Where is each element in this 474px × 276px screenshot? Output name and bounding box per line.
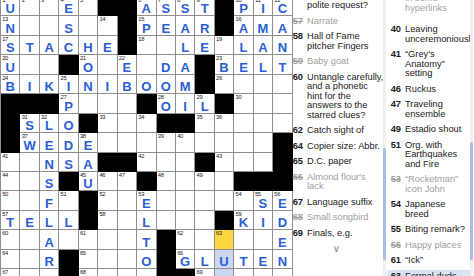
- cell-r6c13[interactable]: [254, 114, 273, 133]
- cell-r13c13[interactable]: E: [254, 250, 273, 269]
- across-clue-66[interactable]: 66Almond flour's lack: [289, 173, 384, 192]
- across-clue-67[interactable]: 67Language suffix: [289, 198, 384, 208]
- down-clue-63[interactable]: 63Formal duds: [387, 270, 471, 276]
- cell-r8c3[interactable]: S: [59, 153, 78, 172]
- cell-r12c3[interactable]: [59, 230, 78, 249]
- cell-number-62: 62: [177, 230, 183, 237]
- cell-letter: I: [20, 80, 38, 94]
- cell-letter: E: [234, 61, 252, 75]
- cell-letter: E: [254, 255, 272, 269]
- clue-text: Baby goat: [307, 57, 384, 67]
- cell-r13c1[interactable]: [20, 250, 39, 269]
- clue-text: polite request?: [307, 1, 384, 11]
- cell-r6c7[interactable]: 34: [137, 114, 156, 133]
- clue-number: 67: [289, 198, 303, 208]
- cell-r3c0[interactable]: 20U: [1, 55, 20, 74]
- cell-r9c8[interactable]: 48: [157, 172, 176, 191]
- cell-letter: A: [234, 22, 252, 36]
- cell-r6c12[interactable]: [234, 114, 253, 133]
- cell-r10c2[interactable]: F: [40, 191, 59, 210]
- cell-letter: T: [137, 236, 155, 250]
- cell-r5c6[interactable]: [118, 94, 137, 113]
- across-clue-list[interactable]: polite request?57Narrate58Hall of Fame p…: [289, 0, 384, 276]
- clue-text: Ruckus: [405, 85, 471, 95]
- cell-letter: O: [157, 80, 175, 94]
- cell-r9c5[interactable]: 46: [98, 172, 117, 191]
- cell-r4c5[interactable]: I: [98, 75, 117, 94]
- down-clue-55[interactable]: 55Biting remark?: [387, 225, 471, 235]
- cell-r12c5[interactable]: [98, 230, 117, 249]
- down-list-scrollbar-track[interactable]: [470, 0, 473, 276]
- cell-r6c3[interactable]: O: [59, 114, 78, 133]
- cell-number-41: 41: [2, 153, 8, 160]
- cell-r9c2[interactable]: S: [40, 172, 59, 191]
- cell-r14c0[interactable]: 67: [1, 269, 20, 276]
- cell-r7c5[interactable]: [98, 133, 117, 152]
- cell-r10c13[interactable]: 55S: [254, 191, 273, 210]
- down-clue-49[interactable]: 49Estadio shout: [387, 125, 471, 135]
- cell-r9c10[interactable]: 49: [195, 172, 214, 191]
- black-square-r10c4: [79, 191, 98, 210]
- across-list-scrollbar-thumb[interactable]: [383, 148, 386, 260]
- clue-text: Hall of Fame pitcher Fingers: [307, 32, 384, 51]
- cell-r9c11[interactable]: [215, 172, 234, 191]
- cell-r2c9[interactable]: L: [176, 36, 195, 55]
- cell-r4c7[interactable]: O: [137, 75, 156, 94]
- cell-r6c1[interactable]: 31S: [20, 114, 39, 133]
- down-clue-46[interactable]: 46Ruckus: [387, 85, 471, 95]
- cell-letter: A: [137, 2, 155, 16]
- black-square-r0c6: [118, 0, 137, 16]
- across-list-more-chevron-icon[interactable]: ∨: [289, 244, 384, 254]
- cell-r13c6[interactable]: [118, 250, 137, 269]
- cell-r11c2[interactable]: L: [40, 211, 59, 230]
- cell-r3c1[interactable]: [20, 55, 39, 74]
- cell-r7c8[interactable]: 39: [157, 133, 176, 152]
- crossword-app: 1U234E56A7S8S9T10P11I12C13NS1415PEAR16AM…: [0, 0, 474, 276]
- cell-r1c0[interactable]: 13N: [1, 16, 20, 35]
- cell-r1c4[interactable]: [79, 16, 98, 35]
- clue-text: Traveling ensemble: [405, 100, 471, 119]
- cell-number-36: 36: [216, 114, 222, 121]
- cell-r8c8[interactable]: [157, 153, 176, 172]
- cell-number-51: 51: [61, 191, 67, 198]
- cell-r14c1[interactable]: [20, 269, 39, 276]
- cell-r12c9[interactable]: 62: [176, 230, 195, 249]
- cell-r14c10[interactable]: 69: [195, 269, 214, 276]
- cell-r10c9[interactable]: [176, 191, 195, 210]
- across-clue-58[interactable]: 58Hall of Fame pitcher Fingers: [289, 32, 384, 51]
- cell-number-14: 14: [99, 16, 105, 23]
- clue-number: 40: [387, 25, 401, 44]
- cell-r13c10[interactable]: L: [195, 250, 214, 269]
- cell-r5c10[interactable]: 29L: [195, 94, 214, 113]
- cell-r2c13[interactable]: A: [254, 36, 273, 55]
- cell-r8c13[interactable]: [254, 153, 273, 172]
- black-square-r9c7: [137, 172, 156, 191]
- across-list-scrollbar-track[interactable]: [383, 0, 386, 276]
- cell-number-67: 67: [2, 269, 8, 276]
- cell-r0c0[interactable]: 1U: [1, 0, 20, 16]
- clue-number: 53: [387, 175, 401, 194]
- cell-r12c0[interactable]: 60: [1, 230, 20, 249]
- across-clue-69[interactable]: 69Finals, e.g.: [289, 229, 384, 239]
- cell-letter: O: [157, 100, 175, 114]
- cell-r12c6[interactable]: [118, 230, 137, 249]
- cell-r5c3[interactable]: 27P: [59, 94, 78, 113]
- cell-r7c9[interactable]: 40: [176, 133, 195, 152]
- cell-r6c10[interactable]: 35: [195, 114, 214, 133]
- cell-number-48: 48: [158, 172, 164, 179]
- cell-r2c5[interactable]: E: [98, 36, 117, 55]
- cell-number-40: 40: [177, 133, 183, 140]
- cell-r10c1[interactable]: [20, 191, 39, 210]
- cell-r3c6[interactable]: 22E: [118, 55, 137, 74]
- black-square-r5c2: [40, 94, 59, 113]
- cell-r4c4[interactable]: N: [79, 75, 98, 94]
- cell-r4c6[interactable]: B: [118, 75, 137, 94]
- cell-r10c0[interactable]: 50: [1, 191, 20, 210]
- cell-r10c12[interactable]: 54: [234, 191, 253, 210]
- across-clue-59[interactable]: 59Baby goat: [289, 57, 384, 67]
- cell-r13c7[interactable]: O: [137, 250, 156, 269]
- cell-r7c2[interactable]: E: [40, 133, 59, 152]
- cell-letter: L: [137, 216, 155, 230]
- cell-r12c1[interactable]: [20, 230, 39, 249]
- cell-r7c3[interactable]: D: [59, 133, 78, 152]
- cell-r3c2[interactable]: [40, 55, 59, 74]
- cell-r13c9[interactable]: 66G: [176, 250, 195, 269]
- cell-r12c13[interactable]: [254, 230, 273, 249]
- cell-letter: A: [40, 41, 58, 55]
- cell-number-42: 42: [138, 153, 144, 160]
- clue-number: 54: [387, 200, 401, 219]
- cell-r3c13[interactable]: L: [254, 55, 273, 74]
- cell-r8c11[interactable]: 43: [215, 153, 234, 172]
- cell-r10c7[interactable]: 53E: [137, 191, 156, 210]
- black-square-r11c4: [79, 211, 98, 230]
- cell-r4c9[interactable]: M: [176, 75, 195, 94]
- cell-r8c7[interactable]: 42: [137, 153, 156, 172]
- cell-r10c8[interactable]: [157, 191, 176, 210]
- cell-r12c4[interactable]: 61: [79, 230, 98, 249]
- cell-r6c6[interactable]: [118, 114, 137, 133]
- cell-number-34: 34: [138, 114, 144, 121]
- cell-r2c3[interactable]: C: [59, 36, 78, 55]
- cell-r13c12[interactable]: T: [234, 250, 253, 269]
- clue-text: “Grey's Anatomy” setting: [405, 50, 471, 79]
- cell-number-58: 58: [99, 211, 105, 218]
- cell-r3c9[interactable]: A: [176, 55, 195, 74]
- cell-r11c9[interactable]: [176, 211, 195, 230]
- clue-text: Org. with Earthquakes and Fire: [405, 141, 471, 170]
- cell-r2c8[interactable]: [157, 36, 176, 55]
- cell-r12c10[interactable]: [195, 230, 214, 249]
- cell-r5c4[interactable]: [79, 94, 98, 113]
- cell-r0c7[interactable]: 6A: [137, 0, 156, 16]
- cell-r1c7[interactable]: 15P: [137, 16, 156, 35]
- cell-r0c13[interactable]: 11I: [254, 0, 273, 16]
- cell-r7c1[interactable]: 37W: [20, 133, 39, 152]
- cell-r2c0[interactable]: 17S: [1, 36, 20, 55]
- cell-r12c12[interactable]: [234, 230, 253, 249]
- selected-cell-cursor[interactable]: 63: [215, 230, 234, 249]
- cell-letter: D: [157, 61, 175, 75]
- cell-r2c10[interactable]: E: [195, 36, 214, 55]
- black-square-r3c3: [59, 55, 78, 74]
- down-clue-cut-tail[interactable]: in some hyperlinks: [387, 0, 471, 13]
- cell-r1c3[interactable]: S: [59, 16, 78, 35]
- clue-text: Narrate: [307, 17, 384, 27]
- black-square-r5c11: [215, 94, 234, 113]
- cell-letter: B: [118, 80, 136, 94]
- cell-number-69: 69: [197, 269, 203, 276]
- cell-r8c2[interactable]: N: [40, 153, 59, 172]
- cell-r14c6[interactable]: E: [118, 269, 137, 276]
- cell-r14c13[interactable]: [254, 269, 273, 276]
- cell-r9c9[interactable]: [176, 172, 195, 191]
- cell-r1c10[interactable]: R: [195, 16, 214, 35]
- clue-number: 60: [289, 73, 303, 121]
- cell-letter: E: [98, 41, 116, 55]
- cell-number-46: 46: [99, 172, 105, 179]
- cell-r4c0[interactable]: 24B: [1, 75, 20, 94]
- down-clue-61[interactable]: 61“Ick”: [387, 256, 471, 266]
- cell-letter: O: [137, 80, 155, 94]
- crossword-grid[interactable]: 1U234E56A7S8S9T10P11I12C13NS1415PEAR16AM…: [0, 0, 292, 276]
- cell-r10c5[interactable]: 52: [98, 191, 117, 210]
- cell-r4c3[interactable]: 25I: [59, 75, 78, 94]
- across-clue-68[interactable]: 68Small songbird: [289, 213, 384, 223]
- cell-r13c5[interactable]: [98, 250, 117, 269]
- cell-r12c7[interactable]: T: [137, 230, 156, 249]
- cell-r11c7[interactable]: L: [137, 211, 156, 230]
- cell-r3c4[interactable]: 21O: [79, 55, 98, 74]
- cell-r6c11[interactable]: 36: [215, 114, 234, 133]
- black-square-r13c3: [59, 250, 78, 269]
- down-clue-40[interactable]: 40Leaving unceremoniously?: [387, 25, 471, 44]
- cell-r9c6[interactable]: 47: [118, 172, 137, 191]
- cell-r8c12[interactable]: [234, 153, 253, 172]
- clue-number: 47: [387, 100, 401, 119]
- cell-letter: S: [40, 177, 58, 191]
- cell-r9c1[interactable]: [20, 172, 39, 191]
- down-list-scrollbar-thumb[interactable]: [470, 142, 473, 260]
- cell-r14c12[interactable]: [234, 269, 253, 276]
- clue-number: 61: [387, 256, 401, 266]
- cell-r14c5[interactable]: R: [98, 269, 117, 276]
- cell-r0c1[interactable]: 2: [20, 0, 39, 16]
- clue-number: 59: [289, 57, 303, 67]
- cell-r0c2[interactable]: 3: [40, 0, 59, 16]
- cell-letter: S: [59, 158, 77, 172]
- cell-r2c1[interactable]: T: [20, 36, 39, 55]
- cell-r8c1[interactable]: [20, 153, 39, 172]
- cell-r10c10[interactable]: [195, 191, 214, 210]
- cell-number-49: 49: [197, 172, 203, 179]
- cell-r5c8[interactable]: 28O: [157, 94, 176, 113]
- cell-r9c0[interactable]: 44: [1, 172, 20, 191]
- across-clue-65[interactable]: 65D.C. paper: [289, 157, 384, 167]
- cell-letter: O: [59, 119, 77, 133]
- clue-text: Almond flour's lack: [307, 173, 384, 192]
- cell-letter: N: [40, 158, 58, 172]
- cell-number-19: 19: [216, 36, 222, 43]
- down-clue-51[interactable]: 51Org. with Earthquakes and Fire: [387, 141, 471, 170]
- cell-r7c13[interactable]: [254, 133, 273, 152]
- black-square-r0c5: [98, 0, 117, 16]
- down-clue-41[interactable]: 41“Grey's Anatomy” setting: [387, 50, 471, 79]
- down-clue-list[interactable]: in some hyperlinks40Leaving unceremoniou…: [387, 0, 471, 276]
- cell-letter: L: [195, 100, 213, 114]
- cell-number-33: 33: [99, 114, 105, 121]
- cell-r11c0[interactable]: 57T: [1, 211, 20, 230]
- cell-r9c4[interactable]: 45U: [79, 172, 98, 191]
- clue-text: Biting remark?: [405, 225, 471, 235]
- cell-r7c10[interactable]: [195, 133, 214, 152]
- black-square-r2c6: [118, 36, 137, 55]
- cell-r11c8[interactable]: [157, 211, 176, 230]
- cell-number-63: 63: [216, 230, 222, 237]
- black-square-r14c8: [157, 269, 176, 276]
- cell-letter: R: [40, 255, 58, 269]
- cell-number-5: 5: [80, 0, 83, 4]
- cell-r4c2[interactable]: K: [40, 75, 59, 94]
- cell-r2c2[interactable]: A: [40, 36, 59, 55]
- cell-r2c4[interactable]: H: [79, 36, 98, 55]
- cell-letter: O: [79, 61, 97, 75]
- cell-r5c9[interactable]: I: [176, 94, 195, 113]
- cell-r11c6[interactable]: [118, 211, 137, 230]
- black-square-r14c9: [176, 269, 195, 276]
- cell-r3c5[interactable]: [98, 55, 117, 74]
- cell-r2c7[interactable]: 18: [137, 36, 156, 55]
- cell-r0c3[interactable]: 4E: [59, 0, 78, 16]
- cell-r7c12[interactable]: [234, 133, 253, 152]
- cell-r1c2[interactable]: [40, 16, 59, 35]
- cell-r10c6[interactable]: [118, 191, 137, 210]
- cell-r0c4[interactable]: 5: [79, 0, 98, 16]
- cell-r13c11[interactable]: U: [215, 250, 234, 269]
- clue-text: Finals, e.g.: [307, 229, 384, 239]
- cell-r11c1[interactable]: E: [20, 211, 39, 230]
- black-square-r7c0: [1, 133, 20, 152]
- black-square-r5c1: [20, 94, 39, 113]
- cell-r1c12[interactable]: 16A: [234, 16, 253, 35]
- cell-r0c10[interactable]: 9T: [195, 0, 214, 16]
- cell-r0c9[interactable]: 8S: [176, 0, 195, 16]
- cell-r8c4[interactable]: A: [79, 153, 98, 172]
- black-square-r9c3: [59, 172, 78, 191]
- cell-r4c12[interactable]: [234, 75, 253, 94]
- cell-r13c2[interactable]: R: [40, 250, 59, 269]
- cell-r6c5[interactable]: 33: [98, 114, 117, 133]
- cell-r1c5[interactable]: 14: [98, 16, 117, 35]
- cell-r1c13[interactable]: M: [254, 16, 273, 35]
- cell-r6c2[interactable]: 32L: [40, 114, 59, 133]
- across-clue-62[interactable]: 62Catch sight of: [289, 126, 384, 136]
- cell-letter: T: [20, 41, 38, 55]
- cell-r7c11[interactable]: [215, 133, 234, 152]
- cell-r11c3[interactable]: L: [59, 211, 78, 230]
- cell-letter: L: [59, 216, 77, 230]
- cell-r12c2[interactable]: A: [40, 230, 59, 249]
- cell-r4c8[interactable]: O: [157, 75, 176, 94]
- cell-r10c3[interactable]: 51: [59, 191, 78, 210]
- clue-number: 64: [289, 142, 303, 152]
- cell-letter: E: [118, 61, 136, 75]
- black-square-r0c11: [215, 0, 234, 16]
- cell-r11c10[interactable]: [195, 211, 214, 230]
- cell-r4c11[interactable]: 26: [215, 75, 234, 94]
- down-clue-53[interactable]: 53“Rocketman” icon John: [387, 175, 471, 194]
- cell-number-61: 61: [80, 230, 86, 237]
- across-clue-cut-tail[interactable]: polite request?: [289, 1, 384, 11]
- cell-r14c2[interactable]: E: [40, 269, 59, 276]
- clue-number: 65: [289, 157, 303, 167]
- cell-r11c12[interactable]: 59K: [234, 211, 253, 230]
- across-clue-57[interactable]: 57Narrate: [289, 17, 384, 27]
- cell-r1c1[interactable]: [20, 16, 39, 35]
- clue-number: 55: [387, 225, 401, 235]
- cell-r7c4[interactable]: 38E: [79, 133, 98, 152]
- down-clue-56[interactable]: 56Happy places: [387, 241, 471, 251]
- cell-r5c13[interactable]: [254, 94, 273, 113]
- cell-r3c8[interactable]: D: [157, 55, 176, 74]
- cell-r5c5[interactable]: [98, 94, 117, 113]
- down-clue-47[interactable]: 47Traveling ensemble: [387, 100, 471, 119]
- cell-r11c13[interactable]: I: [254, 211, 273, 230]
- cell-letter: N: [1, 22, 19, 36]
- clue-text: Copier size: Abbr.: [307, 142, 384, 152]
- cell-r10c11[interactable]: [215, 191, 234, 210]
- cell-letter: A: [176, 22, 194, 36]
- cell-r3c11[interactable]: 23B: [215, 55, 234, 74]
- cell-r14c7[interactable]: N: [137, 269, 156, 276]
- cell-r13c4[interactable]: 65: [79, 250, 98, 269]
- cell-r4c13[interactable]: [254, 75, 273, 94]
- cell-r7c6[interactable]: [118, 133, 137, 152]
- cell-r4c1[interactable]: I: [20, 75, 39, 94]
- cell-r13c0[interactable]: 64: [1, 250, 20, 269]
- cell-r1c8[interactable]: E: [157, 16, 176, 35]
- cell-r3c7[interactable]: [137, 55, 156, 74]
- down-clue-54[interactable]: 54Japanese breed: [387, 200, 471, 219]
- cell-r14c11[interactable]: [215, 269, 234, 276]
- cell-r8c0[interactable]: 41: [1, 153, 20, 172]
- cell-letter: E: [195, 41, 213, 55]
- cell-r5c12[interactable]: 30: [234, 94, 253, 113]
- cell-r1c9[interactable]: A: [176, 16, 195, 35]
- black-square-r5c7: [137, 94, 156, 113]
- clue-number: 68: [289, 213, 303, 223]
- across-clue-64[interactable]: 64Copier size: Abbr.: [289, 142, 384, 152]
- cell-r11c5[interactable]: 58: [98, 211, 117, 230]
- cell-r8c9[interactable]: [176, 153, 195, 172]
- cell-r0c12[interactable]: 10P: [234, 0, 253, 16]
- black-square-r5c0: [1, 94, 20, 113]
- across-clue-60[interactable]: 60Untangle carefully, and a phonetic hin…: [289, 73, 384, 121]
- cell-r2c11[interactable]: 19: [215, 36, 234, 55]
- cell-r14c4[interactable]: 68W: [79, 269, 98, 276]
- clue-number: 49: [387, 125, 401, 135]
- cell-r0c8[interactable]: 7S: [157, 0, 176, 16]
- cell-r7c7[interactable]: [137, 133, 156, 152]
- cell-r3c12[interactable]: E: [234, 55, 253, 74]
- cell-letter: G: [176, 255, 194, 269]
- cell-r2c12[interactable]: L: [234, 36, 253, 55]
- black-square-r8c5: [98, 153, 117, 172]
